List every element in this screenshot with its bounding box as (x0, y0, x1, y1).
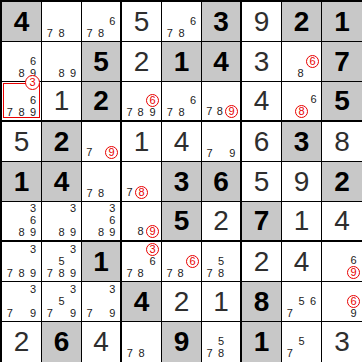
pencil-mark: 3 (67, 243, 79, 255)
pencil-mark: 6 (146, 256, 159, 268)
pencil-mark: 7 (284, 348, 296, 360)
pencil-mark: 6 (347, 255, 360, 267)
given-digit: 8 (254, 288, 270, 316)
pencil-marks: 789 (204, 83, 238, 118)
cell-r4c9[interactable]: 8 (322, 122, 362, 162)
cell-r1c9[interactable]: 1 (322, 2, 362, 42)
pencil-mark: 9 (27, 226, 39, 238)
pencil-mark: 8 (56, 226, 68, 238)
pencil-mark: 9 (27, 106, 39, 118)
sudoku-board: 4786785678392168989521436876789312678967… (0, 0, 362, 362)
pencil-mark-circled: 3 (146, 243, 159, 256)
pencil-mark: 3 (27, 203, 39, 215)
pencil-mark: 8 (135, 225, 146, 238)
solved-digit: 1 (54, 87, 70, 115)
cell-r8c5[interactable]: 2 (162, 282, 202, 322)
pencil-marks: 79 (204, 123, 238, 159)
pencil-marks: 3689 (84, 203, 118, 238)
given-digit: 2 (294, 8, 310, 36)
cell-r6c3[interactable]: 3689 (82, 202, 122, 242)
pencil-mark: 8 (16, 267, 28, 279)
pencil-marks: 89 (124, 203, 159, 238)
pencil-marks: 69 (324, 283, 360, 319)
solved-digit: 9 (254, 8, 270, 36)
given-digit: 1 (14, 168, 30, 196)
solved-digit: 2 (14, 328, 30, 356)
solved-digit: 5 (134, 8, 150, 36)
cell-r6c5[interactable]: 5 (162, 202, 202, 242)
pencil-mark: 8 (136, 348, 148, 360)
pencil-marks: 57 (284, 323, 319, 360)
pencil-marks: 3678 (124, 243, 159, 279)
cell-r2c2[interactable]: 89 (42, 42, 82, 82)
given-digit: 4 (134, 288, 150, 316)
pencil-mark: 5 (56, 295, 68, 307)
given-digit: 1 (334, 8, 350, 36)
cell-r7c2[interactable]: 35789 (42, 242, 82, 282)
pencil-mark: 8 (135, 107, 146, 118)
pencil-mark: 5 (215, 255, 226, 267)
pencil-mark: 9 (107, 226, 118, 238)
solved-digit: 1 (294, 207, 310, 235)
solved-digit: 3 (334, 328, 350, 356)
pencil-marks: 689 (4, 43, 39, 79)
given-digit: 2 (334, 168, 350, 196)
given-digit: 6 (54, 328, 70, 356)
solved-digit: 4 (294, 248, 310, 276)
pencil-mark: 5 (296, 335, 308, 347)
cell-r4c5[interactable]: 4 (162, 122, 202, 162)
cell-r2c4[interactable]: 2 (122, 42, 162, 82)
pencil-mark: 9 (67, 267, 79, 279)
cell-r5c6[interactable]: 6 (202, 162, 242, 202)
pencil-mark: 6 (27, 95, 39, 107)
pencil-marks: 3689 (4, 203, 39, 238)
cell-r9c6[interactable]: 578 (202, 322, 242, 362)
pencil-mark: 7 (4, 106, 16, 118)
pencil-mark: 8 (295, 68, 306, 80)
pencil-mark: 3 (27, 243, 39, 255)
pencil-mark: 8 (175, 268, 186, 280)
pencil-mark: 7 (204, 267, 215, 279)
pencil-marks: 567 (284, 283, 319, 319)
cell-r9c4[interactable]: 78 (122, 322, 162, 362)
pencil-mark: 8 (176, 27, 188, 39)
cell-r4c7[interactable]: 6 (242, 122, 282, 162)
solved-digit: 6 (254, 128, 270, 156)
given-digit: 5 (93, 48, 109, 76)
pencil-mark: 8 (215, 348, 226, 360)
cell-r3c1[interactable]: 67893 (2, 82, 42, 122)
pencil-mark: 5 (296, 295, 308, 307)
pencil-marks: 678 (164, 243, 199, 279)
pencil-mark: 7 (44, 307, 56, 319)
pencil-mark-circled: 6 (186, 255, 199, 268)
pencil-mark: 5 (56, 255, 68, 267)
cell-r6c4[interactable]: 89 (122, 202, 162, 242)
pencil-marks: 678 (164, 3, 199, 39)
solved-digit: 2 (254, 248, 270, 276)
cell-r7c9[interactable]: 69 (322, 242, 362, 282)
given-digit: 3 (294, 128, 310, 156)
cell-r3c2[interactable]: 1 (42, 82, 82, 122)
pencil-mark: 3 (67, 283, 79, 295)
cell-r2c7[interactable]: 3 (242, 42, 282, 82)
given-digit: 6 (213, 168, 229, 196)
pencil-marks: 6789 (124, 83, 159, 118)
solved-digit: 2 (174, 288, 190, 316)
solved-digit: 5 (254, 168, 270, 196)
pencil-mark: 7 (44, 27, 56, 39)
pencil-mark-circled: 9 (225, 105, 238, 118)
pencil-mark: 7 (4, 267, 16, 279)
cell-r5c5[interactable]: 3 (162, 162, 202, 202)
solved-digit: 3 (254, 48, 270, 76)
cell-r1c3[interactable]: 678 (82, 2, 122, 42)
pencil-mark-circled: 8 (135, 186, 148, 199)
cell-r4c8[interactable]: 3 (282, 122, 322, 162)
cell-r9c3[interactable]: 4 (82, 322, 122, 362)
cell-r2c5[interactable]: 1 (162, 42, 202, 82)
cell-r3c4[interactable]: 6789 (122, 82, 162, 122)
given-digit: 1 (93, 248, 109, 276)
pencil-mark: 9 (347, 308, 360, 320)
cell-r8c4[interactable]: 4 (122, 282, 162, 322)
cell-r9c8[interactable]: 57 (282, 322, 322, 362)
pencil-mark: 6 (187, 95, 199, 107)
cell-r7c5[interactable]: 678 (162, 242, 202, 282)
cell-r2c3[interactable]: 5 (82, 42, 122, 82)
pencil-mark-circled: 9 (347, 266, 360, 279)
pencil-mark: 7 (204, 105, 215, 118)
cell-r8c7[interactable]: 8 (242, 282, 282, 322)
pencil-mark: 8 (215, 105, 226, 118)
given-digit: 7 (254, 207, 270, 235)
cell-r9c2[interactable]: 6 (42, 322, 82, 362)
pencil-mark: 6 (307, 295, 319, 307)
pencil-mark: 6 (27, 215, 39, 227)
cell-r1c7[interactable]: 9 (242, 2, 282, 42)
pencil-mark: 6 (107, 215, 118, 227)
given-digit: 2 (54, 128, 70, 156)
pencil-mark: 7 (84, 187, 95, 199)
cell-r4c6[interactable]: 79 (202, 122, 242, 162)
pencil-marks: 578 (204, 323, 238, 360)
cell-r6c2[interactable]: 389 (42, 202, 82, 242)
pencil-mark: 7 (84, 27, 95, 39)
pencil-mark: 8 (16, 106, 28, 118)
pencil-mark: 7 (204, 147, 215, 159)
cell-r6c7[interactable]: 7 (242, 202, 282, 242)
pencil-marks: 3579 (44, 283, 79, 319)
pencil-mark: 9 (107, 307, 118, 319)
pencil-mark: 7 (284, 307, 296, 319)
pencil-mark: 7 (44, 267, 56, 279)
pencil-marks: 89 (44, 43, 79, 79)
pencil-mark: 9 (67, 226, 79, 238)
pencil-mark: 3 (107, 283, 118, 295)
solved-digit: 1 (213, 288, 229, 316)
pencil-mark: 8 (56, 67, 68, 79)
cell-r9c5[interactable]: 9 (162, 322, 202, 362)
cell-r3c3[interactable]: 2 (82, 82, 122, 122)
cell-r1c8[interactable]: 2 (282, 2, 322, 42)
cell-r1c5[interactable]: 678 (162, 2, 202, 42)
given-digit: 1 (254, 328, 270, 356)
pencil-mark-circled: 6 (306, 55, 319, 68)
cell-r7c8[interactable]: 4 (282, 242, 322, 282)
cell-r9c9[interactable]: 3 (322, 322, 362, 362)
pencil-mark: 7 (204, 348, 215, 360)
pencil-mark: 7 (124, 268, 135, 280)
cell-r7c7[interactable]: 2 (242, 242, 282, 282)
pencil-mark: 3 (27, 283, 39, 295)
pencil-mark-circled: 9 (146, 225, 159, 238)
cell-r5c9[interactable]: 2 (322, 162, 362, 202)
given-digit: 1 (174, 48, 190, 76)
cell-r4c2[interactable]: 2 (42, 122, 82, 162)
cell-r7c3[interactable]: 1 (82, 242, 122, 282)
cell-r8c1[interactable]: 379 (2, 282, 42, 322)
cell-r1c2[interactable]: 78 (42, 2, 82, 42)
pencil-mark: 7 (84, 146, 95, 159)
cell-r2c8[interactable]: 68 (282, 42, 322, 82)
cell-r5c8[interactable]: 9 (282, 162, 322, 202)
given-digit: 2 (93, 87, 109, 115)
solved-digit: 5 (14, 128, 30, 156)
pencil-mark: 7 (164, 27, 176, 39)
pencil-marks: 379 (4, 283, 39, 319)
cell-r5c2[interactable]: 4 (42, 162, 82, 202)
pencil-mark: 7 (84, 307, 95, 319)
cell-r5c4[interactable]: 78 (122, 162, 162, 202)
pencil-mark: 7 (4, 307, 16, 319)
solved-digit: 8 (334, 128, 350, 156)
cell-r3c9[interactable]: 5 (322, 82, 362, 122)
pencil-marks: 68 (284, 83, 319, 118)
pencil-mark-circled: 8 (295, 105, 308, 118)
pencil-mark: 8 (95, 187, 106, 199)
cell-r8c2[interactable]: 3579 (42, 282, 82, 322)
given-digit: 5 (334, 87, 350, 115)
pencil-marks: 78 (84, 163, 118, 199)
cell-r4c1[interactable]: 5 (2, 122, 42, 162)
pencil-mark-circled: 6 (347, 295, 360, 308)
cell-r5c3[interactable]: 78 (82, 162, 122, 202)
pencil-mark: 7 (124, 348, 136, 360)
pencil-mark: 7 (164, 106, 176, 118)
pencil-mark: 6 (107, 15, 118, 27)
solved-digit: 2 (213, 207, 229, 235)
solved-digit: 4 (93, 328, 109, 356)
solved-digit: 4 (334, 207, 350, 235)
cell-r7c1[interactable]: 3789 (2, 242, 42, 282)
solved-digit: 4 (254, 87, 270, 115)
pencil-mark: 6 (27, 55, 39, 67)
pencil-mark: 7 (124, 107, 135, 118)
cell-r5c1[interactable]: 1 (2, 162, 42, 202)
pencil-mark: 8 (56, 267, 68, 279)
pencil-mark: 8 (16, 226, 28, 238)
cell-r3c6[interactable]: 789 (202, 82, 242, 122)
pencil-mark: 9 (146, 107, 159, 118)
cell-r8c8[interactable]: 567 (282, 282, 322, 322)
pencil-mark: 6 (308, 94, 319, 105)
pencil-marks: 35789 (44, 243, 79, 279)
pencil-marks: 3789 (4, 243, 39, 279)
cell-r5c7[interactable]: 5 (242, 162, 282, 202)
given-digit: 5 (174, 207, 190, 235)
cell-r8c3[interactable]: 379 (82, 282, 122, 322)
pencil-mark: 7 (164, 268, 175, 280)
cell-r8c9[interactable]: 69 (322, 282, 362, 322)
pencil-mark: 9 (27, 267, 39, 279)
pencil-mark: 3 (107, 203, 118, 215)
cell-r2c6[interactable]: 4 (202, 42, 242, 82)
pencil-marks: 389 (44, 203, 79, 238)
cell-r4c4[interactable]: 1 (122, 122, 162, 162)
pencil-mark-circled: 9 (105, 146, 118, 159)
cell-r1c4[interactable]: 5 (122, 2, 162, 42)
cell-r3c7[interactable]: 4 (242, 82, 282, 122)
cell-r6c9[interactable]: 4 (322, 202, 362, 242)
pencil-marks: 69 (324, 243, 360, 279)
given-digit: 3 (174, 168, 190, 196)
solved-digit: 2 (134, 48, 150, 76)
given-digit: 3 (213, 8, 229, 36)
cell-r7c4[interactable]: 3678 (122, 242, 162, 282)
pencil-marks: 78 (124, 323, 159, 360)
pencil-marks: 379 (84, 283, 118, 319)
cell-r3c5[interactable]: 678 (162, 82, 202, 122)
pencil-marks: 68 (284, 43, 319, 79)
pencil-mark: 7 (124, 186, 135, 199)
pencil-mark: 6 (187, 15, 199, 27)
cell-r2c9[interactable]: 7 (322, 42, 362, 82)
pencil-mark: 8 (215, 267, 226, 279)
pencil-mark: 9 (227, 147, 238, 159)
pencil-mark: 3 (67, 203, 79, 215)
solved-digit: 1 (134, 128, 150, 156)
pencil-mark: 9 (27, 307, 39, 319)
hint-badge: 3 (25, 75, 40, 90)
pencil-marks: 79 (84, 123, 118, 159)
pencil-mark: 8 (56, 27, 68, 39)
solved-digit: 9 (294, 168, 310, 196)
pencil-mark: 9 (67, 307, 79, 319)
pencil-mark: 8 (176, 106, 188, 118)
cell-r9c7[interactable]: 1 (242, 322, 282, 362)
pencil-mark: 8 (95, 226, 106, 238)
cell-r6c1[interactable]: 3689 (2, 202, 42, 242)
pencil-mark: 8 (135, 268, 146, 280)
cell-r9c1[interactable]: 2 (2, 322, 42, 362)
given-digit: 7 (334, 48, 350, 76)
cell-r7c6[interactable]: 578 (202, 242, 242, 282)
pencil-mark: 8 (95, 27, 106, 39)
cell-r1c1[interactable]: 4 (2, 2, 42, 42)
pencil-mark: 9 (67, 67, 79, 79)
pencil-marks: 678 (84, 3, 118, 39)
cell-r1c6[interactable]: 3 (202, 2, 242, 42)
given-digit: 4 (14, 8, 30, 36)
pencil-mark: 5 (215, 335, 226, 347)
given-digit: 4 (213, 48, 229, 76)
cell-r3c8[interactable]: 68 (282, 82, 322, 122)
cell-r6c8[interactable]: 1 (282, 202, 322, 242)
cell-r4c3[interactable]: 79 (82, 122, 122, 162)
pencil-marks: 78 (124, 163, 159, 199)
solved-digit: 4 (174, 128, 190, 156)
pencil-marks: 78 (44, 3, 79, 39)
given-digit: 9 (174, 328, 190, 356)
given-digit: 4 (54, 168, 70, 196)
cell-r6c6[interactable]: 2 (202, 202, 242, 242)
pencil-marks: 578 (204, 243, 238, 279)
pencil-marks: 678 (164, 83, 199, 118)
cell-r8c6[interactable]: 1 (202, 282, 242, 322)
